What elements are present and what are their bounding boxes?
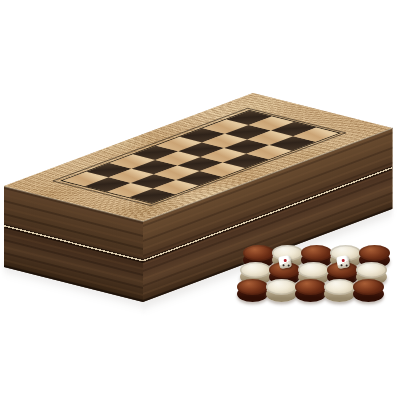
- checker-top: [356, 262, 387, 278]
- die: [278, 255, 292, 269]
- product-photo-scene: backgammon: [0, 0, 400, 400]
- checker-top: [359, 245, 390, 261]
- die-black-pip: [282, 264, 284, 266]
- lid-seam-left: [4, 224, 143, 263]
- die-black-pip: [287, 264, 289, 266]
- case-left-bottom-edge: [4, 264, 143, 302]
- checker-top: [237, 279, 268, 295]
- checker-white: [324, 279, 355, 302]
- checker-top: [324, 279, 355, 295]
- checker-top: [353, 279, 384, 295]
- die: [336, 255, 350, 269]
- die-black-pip: [340, 264, 342, 266]
- checker-brown: [295, 279, 326, 302]
- die-red-pip: [340, 258, 343, 261]
- checker-top: [243, 245, 274, 261]
- checker-top: [301, 245, 332, 261]
- checker-brown: [237, 279, 268, 302]
- die-red-pip: [282, 258, 285, 261]
- checker-top: [266, 279, 297, 295]
- checker-top: [298, 262, 329, 278]
- checker-top: [295, 279, 326, 295]
- die-black-pip: [345, 264, 347, 266]
- checker-brown: [353, 279, 384, 302]
- checker-top: [240, 262, 271, 278]
- checker-white: [266, 279, 297, 302]
